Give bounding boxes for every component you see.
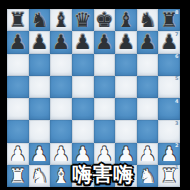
square-d6[interactable] — [72, 54, 94, 76]
square-f3[interactable] — [115, 120, 137, 142]
square-b4[interactable] — [29, 98, 51, 120]
square-c5[interactable] — [50, 76, 72, 98]
rank-label-3: 3 — [175, 121, 178, 126]
piece-black-pawn: ♟ — [117, 32, 135, 52]
square-c4[interactable] — [50, 98, 72, 120]
piece-black-knight: ♞ — [30, 10, 48, 30]
square-a5[interactable] — [7, 76, 29, 98]
square-h3[interactable]: 3 — [158, 120, 180, 142]
piece-black-bishop: ♝ — [117, 10, 135, 30]
rank-label-5: 5 — [175, 76, 178, 81]
square-f8[interactable]: ♝ — [115, 9, 137, 31]
square-e3[interactable] — [94, 120, 116, 142]
square-b6[interactable] — [29, 54, 51, 76]
square-b8[interactable]: ♞ — [29, 9, 51, 31]
rank-label-2: 2 — [175, 143, 178, 148]
square-e8[interactable]: ♚ — [94, 9, 116, 31]
square-f6[interactable] — [115, 54, 137, 76]
rank-label-6: 6 — [175, 54, 178, 59]
piece-black-pawn: ♟ — [9, 32, 27, 52]
piece-black-bishop: ♝ — [52, 10, 70, 30]
caption-subtitle: 嗨害嗨 — [16, 161, 190, 188]
square-a4[interactable] — [7, 98, 29, 120]
square-h5[interactable]: 5 — [158, 76, 180, 98]
square-e6[interactable] — [94, 54, 116, 76]
square-a8[interactable]: ♜ — [7, 9, 29, 31]
piece-black-pawn: ♟ — [52, 32, 70, 52]
piece-black-pawn: ♟ — [95, 32, 113, 52]
rank-label-4: 4 — [175, 99, 178, 104]
square-h4[interactable]: 4 — [158, 98, 180, 120]
square-g5[interactable] — [137, 76, 159, 98]
rank-label-8: 8 — [175, 10, 178, 15]
piece-black-king: ♚ — [95, 10, 113, 30]
square-c7[interactable]: ♟ — [50, 31, 72, 53]
square-d7[interactable]: ♟ — [72, 31, 94, 53]
square-f5[interactable] — [115, 76, 137, 98]
square-g3[interactable] — [137, 120, 159, 142]
square-f7[interactable]: ♟ — [115, 31, 137, 53]
square-b7[interactable]: ♟ — [29, 31, 51, 53]
square-h7[interactable]: ♟7 — [158, 31, 180, 53]
piece-black-queen: ♛ — [74, 10, 92, 30]
square-f4[interactable] — [115, 98, 137, 120]
square-g4[interactable] — [137, 98, 159, 120]
square-d3[interactable] — [72, 120, 94, 142]
square-g7[interactable]: ♟ — [137, 31, 159, 53]
square-c6[interactable] — [50, 54, 72, 76]
piece-black-rook: ♜ — [9, 10, 27, 30]
square-a7[interactable]: ♟ — [7, 31, 29, 53]
square-e4[interactable] — [94, 98, 116, 120]
square-c3[interactable] — [50, 120, 72, 142]
square-b3[interactable] — [29, 120, 51, 142]
rank-label-7: 7 — [175, 32, 178, 37]
square-g6[interactable] — [137, 54, 159, 76]
piece-black-pawn: ♟ — [30, 32, 48, 52]
square-d4[interactable] — [72, 98, 94, 120]
square-g8[interactable]: ♞ — [137, 9, 159, 31]
square-a3[interactable] — [7, 120, 29, 142]
square-e7[interactable]: ♟ — [94, 31, 116, 53]
square-h8[interactable]: ♜8 — [158, 9, 180, 31]
square-d5[interactable] — [72, 76, 94, 98]
piece-black-pawn: ♟ — [139, 32, 157, 52]
square-d8[interactable]: ♛ — [72, 9, 94, 31]
video-frame: ♜♞♝♛♚♝♞♜8♟♟♟♟♟♟♟♟76543♟♟♟♟♟♟♟♟2♜♞♝♛♚♝♞♜1… — [0, 0, 190, 190]
square-b5[interactable] — [29, 76, 51, 98]
square-h6[interactable]: 6 — [158, 54, 180, 76]
piece-black-knight: ♞ — [139, 10, 157, 30]
square-c8[interactable]: ♝ — [50, 9, 72, 31]
square-e5[interactable] — [94, 76, 116, 98]
square-a6[interactable] — [7, 54, 29, 76]
piece-black-pawn: ♟ — [74, 32, 92, 52]
